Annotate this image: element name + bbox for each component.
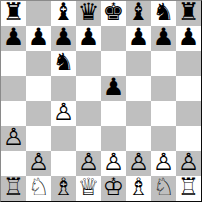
square-f4[interactable] (126, 101, 151, 126)
square-f5[interactable] (126, 76, 151, 101)
square-e6[interactable] (101, 51, 126, 76)
square-d1[interactable]: ♕ (76, 176, 101, 201)
black-pawn-piece: ♟ (103, 76, 125, 100)
black-rook-piece: ♜ (3, 1, 25, 25)
square-h4[interactable] (176, 101, 201, 126)
square-c5[interactable] (51, 76, 76, 101)
square-b4[interactable] (26, 101, 51, 126)
black-rook-piece: ♜ (178, 1, 200, 25)
square-g8[interactable]: ♞ (151, 1, 176, 26)
white-knight-piece: ♘ (153, 176, 175, 200)
white-bishop-piece: ♗ (128, 176, 150, 200)
black-knight-piece: ♞ (53, 51, 75, 75)
black-pawn-piece: ♟ (178, 26, 200, 50)
square-b5[interactable] (26, 76, 51, 101)
square-h2[interactable]: ♙ (176, 151, 201, 176)
square-a2[interactable] (1, 151, 26, 176)
square-g3[interactable] (151, 126, 176, 151)
square-d3[interactable] (76, 126, 101, 151)
black-pawn-piece: ♟ (78, 26, 100, 50)
square-c1[interactable]: ♗ (51, 176, 76, 201)
black-pawn-piece: ♟ (53, 26, 75, 50)
square-g5[interactable] (151, 76, 176, 101)
square-c6[interactable]: ♞ (51, 51, 76, 76)
white-pawn-piece: ♙ (53, 101, 75, 125)
square-f3[interactable] (126, 126, 151, 151)
white-pawn-piece: ♙ (178, 151, 200, 175)
white-knight-piece: ♘ (28, 176, 50, 200)
square-e5[interactable]: ♟ (101, 76, 126, 101)
square-c7[interactable]: ♟ (51, 26, 76, 51)
white-pawn-piece: ♙ (3, 126, 25, 150)
white-pawn-piece: ♙ (153, 151, 175, 175)
square-d8[interactable]: ♛ (76, 1, 101, 26)
square-h1[interactable]: ♖ (176, 176, 201, 201)
square-h3[interactable] (176, 126, 201, 151)
white-pawn-piece: ♙ (28, 151, 50, 175)
square-d5[interactable] (76, 76, 101, 101)
black-knight-piece: ♞ (153, 1, 175, 25)
white-pawn-piece: ♙ (128, 151, 150, 175)
square-e3[interactable] (101, 126, 126, 151)
square-h6[interactable] (176, 51, 201, 76)
black-queen-piece: ♛ (78, 1, 100, 25)
square-b2[interactable]: ♙ (26, 151, 51, 176)
square-c8[interactable]: ♝ (51, 1, 76, 26)
square-b8[interactable] (26, 1, 51, 26)
white-rook-piece: ♖ (3, 176, 25, 200)
black-pawn-piece: ♟ (3, 26, 25, 50)
square-d6[interactable] (76, 51, 101, 76)
square-f1[interactable]: ♗ (126, 176, 151, 201)
square-e4[interactable] (101, 101, 126, 126)
square-h8[interactable]: ♜ (176, 1, 201, 26)
square-a4[interactable] (1, 101, 26, 126)
white-queen-piece: ♕ (78, 176, 100, 200)
square-g6[interactable] (151, 51, 176, 76)
square-c2[interactable] (51, 151, 76, 176)
white-pawn-piece: ♙ (103, 151, 125, 175)
square-h5[interactable] (176, 76, 201, 101)
square-a8[interactable]: ♜ (1, 1, 26, 26)
square-e8[interactable]: ♚ (101, 1, 126, 26)
black-bishop-piece: ♝ (53, 1, 75, 25)
square-h7[interactable]: ♟ (176, 26, 201, 51)
square-d4[interactable] (76, 101, 101, 126)
square-a6[interactable] (1, 51, 26, 76)
black-king-piece: ♚ (103, 1, 125, 25)
square-b1[interactable]: ♘ (26, 176, 51, 201)
square-g1[interactable]: ♘ (151, 176, 176, 201)
chess-board: ♜♝♛♚♝♞♜♟♟♟♟♟♟♟♞♟♙♙♙♙♙♙♙♙♖♘♗♕♔♗♘♖ (1, 1, 201, 201)
black-pawn-piece: ♟ (28, 26, 50, 50)
square-e2[interactable]: ♙ (101, 151, 126, 176)
square-f6[interactable] (126, 51, 151, 76)
white-pawn-piece: ♙ (78, 151, 100, 175)
square-f2[interactable]: ♙ (126, 151, 151, 176)
square-d7[interactable]: ♟ (76, 26, 101, 51)
black-pawn-piece: ♟ (128, 26, 150, 50)
square-g7[interactable]: ♟ (151, 26, 176, 51)
white-king-piece: ♔ (103, 176, 125, 200)
square-d2[interactable]: ♙ (76, 151, 101, 176)
square-e7[interactable] (101, 26, 126, 51)
chess-board-frame: ♜♝♛♚♝♞♜♟♟♟♟♟♟♟♞♟♙♙♙♙♙♙♙♙♖♘♗♕♔♗♘♖ (0, 0, 202, 202)
square-a1[interactable]: ♖ (1, 176, 26, 201)
square-a3[interactable]: ♙ (1, 126, 26, 151)
square-g2[interactable]: ♙ (151, 151, 176, 176)
black-pawn-piece: ♟ (153, 26, 175, 50)
square-c4[interactable]: ♙ (51, 101, 76, 126)
square-e1[interactable]: ♔ (101, 176, 126, 201)
square-f8[interactable]: ♝ (126, 1, 151, 26)
square-c3[interactable] (51, 126, 76, 151)
square-g4[interactable] (151, 101, 176, 126)
white-bishop-piece: ♗ (53, 176, 75, 200)
square-b6[interactable] (26, 51, 51, 76)
square-b7[interactable]: ♟ (26, 26, 51, 51)
black-bishop-piece: ♝ (128, 1, 150, 25)
square-f7[interactable]: ♟ (126, 26, 151, 51)
square-a5[interactable] (1, 76, 26, 101)
square-a7[interactable]: ♟ (1, 26, 26, 51)
square-b3[interactable] (26, 126, 51, 151)
white-rook-piece: ♖ (178, 176, 200, 200)
